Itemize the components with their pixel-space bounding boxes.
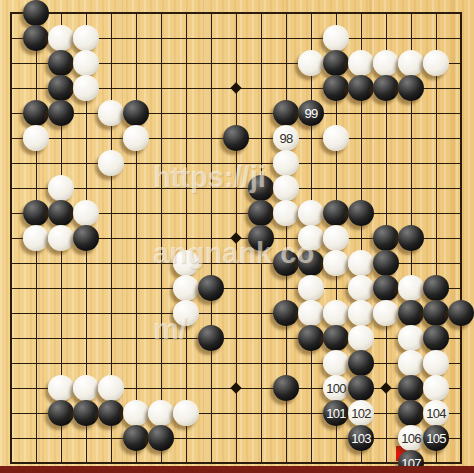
black-stone <box>148 425 174 451</box>
white-stone: 106 <box>398 425 424 451</box>
black-stone <box>98 400 124 426</box>
white-stone <box>423 375 449 401</box>
white-stone <box>423 50 449 76</box>
black-stone <box>73 225 99 251</box>
white-stone <box>323 125 349 151</box>
move-number-label: 98 <box>273 125 299 151</box>
black-stone <box>373 75 399 101</box>
black-stone <box>223 125 249 151</box>
white-stone <box>398 275 424 301</box>
star-point <box>230 82 241 93</box>
black-stone <box>48 100 74 126</box>
move-number-label: 104 <box>423 400 449 426</box>
black-stone <box>323 50 349 76</box>
black-stone <box>348 75 374 101</box>
white-stone <box>323 225 349 251</box>
white-stone <box>48 375 74 401</box>
white-stone <box>123 400 149 426</box>
white-stone <box>73 75 99 101</box>
white-stone <box>73 50 99 76</box>
black-stone <box>373 250 399 276</box>
white-stone <box>73 25 99 51</box>
move-number-label: 101 <box>323 400 349 426</box>
white-stone <box>123 125 149 151</box>
grid-line-horizontal <box>10 462 462 464</box>
white-stone <box>98 150 124 176</box>
go-board[interactable]: 9998100101102104103106105107 https://ji … <box>0 0 474 473</box>
white-stone <box>348 275 374 301</box>
white-stone <box>98 100 124 126</box>
grid-line-horizontal <box>10 438 462 439</box>
black-stone <box>48 400 74 426</box>
black-stone <box>273 100 299 126</box>
white-stone <box>398 50 424 76</box>
black-stone <box>23 25 49 51</box>
black-stone <box>73 400 99 426</box>
white-stone <box>148 400 174 426</box>
black-stone <box>423 300 449 326</box>
white-stone: 98 <box>273 125 299 151</box>
white-stone <box>323 25 349 51</box>
white-stone <box>298 50 324 76</box>
white-stone <box>373 50 399 76</box>
black-stone <box>323 200 349 226</box>
black-stone <box>23 0 49 26</box>
white-stone <box>173 400 199 426</box>
white-stone: 104 <box>423 400 449 426</box>
black-stone <box>123 100 149 126</box>
watermark-line: m/ <box>153 313 187 345</box>
white-stone <box>323 300 349 326</box>
black-stone <box>398 300 424 326</box>
black-stone <box>398 225 424 251</box>
black-stone <box>123 425 149 451</box>
black-stone <box>323 75 349 101</box>
black-stone <box>398 75 424 101</box>
white-stone <box>348 300 374 326</box>
white-stone <box>98 375 124 401</box>
white-stone <box>73 375 99 401</box>
black-stone: 105 <box>423 425 449 451</box>
move-number-label: 99 <box>298 100 324 126</box>
white-stone <box>73 200 99 226</box>
white-stone <box>48 175 74 201</box>
black-stone: 103 <box>348 425 374 451</box>
move-number-label: 103 <box>348 425 374 451</box>
white-stone: 100 <box>323 375 349 401</box>
move-number-label: 105 <box>423 425 449 451</box>
star-point <box>380 382 391 393</box>
watermark-line: angnank co <box>153 237 314 269</box>
black-stone <box>323 325 349 351</box>
black-stone <box>373 225 399 251</box>
black-stone <box>398 400 424 426</box>
black-stone <box>273 375 299 401</box>
watermark-line: https://ji <box>153 161 266 193</box>
black-stone <box>373 275 399 301</box>
grid-line-horizontal <box>10 363 462 364</box>
bottom-edge-bar <box>0 466 474 473</box>
black-stone <box>423 325 449 351</box>
black-stone <box>348 375 374 401</box>
black-stone: 99 <box>298 100 324 126</box>
white-stone <box>23 125 49 151</box>
white-stone <box>348 250 374 276</box>
move-number-label: 100 <box>323 375 349 401</box>
white-stone <box>423 350 449 376</box>
white-stone <box>398 325 424 351</box>
black-stone <box>48 75 74 101</box>
white-stone <box>23 225 49 251</box>
white-stone <box>323 250 349 276</box>
black-stone: 101 <box>323 400 349 426</box>
black-stone <box>48 50 74 76</box>
star-point <box>230 382 241 393</box>
black-stone <box>398 375 424 401</box>
black-stone <box>423 275 449 301</box>
white-stone <box>348 325 374 351</box>
black-stone <box>348 200 374 226</box>
white-stone <box>373 300 399 326</box>
black-stone <box>23 100 49 126</box>
white-stone: 102 <box>348 400 374 426</box>
watermark-text: https://ji angnank co m/ <box>153 158 314 348</box>
black-stone <box>348 350 374 376</box>
move-number-label: 102 <box>348 400 374 426</box>
white-stone <box>398 350 424 376</box>
black-stone <box>448 300 474 326</box>
black-stone <box>48 200 74 226</box>
white-stone <box>48 225 74 251</box>
white-stone <box>348 50 374 76</box>
black-stone <box>23 200 49 226</box>
grid-line-vertical <box>460 12 462 464</box>
white-stone <box>323 350 349 376</box>
white-stone <box>48 25 74 51</box>
move-number-label: 106 <box>398 425 424 451</box>
